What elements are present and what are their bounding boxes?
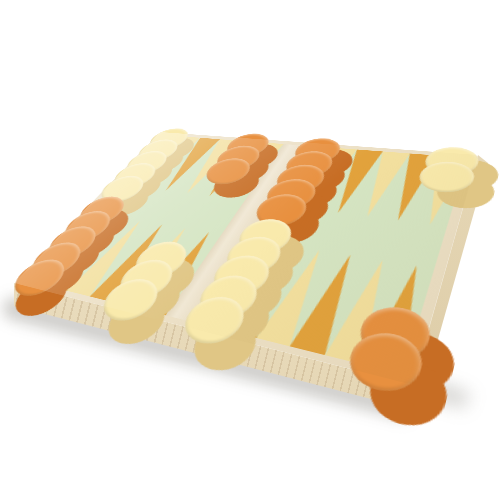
checker-orange-point17-3 [199, 157, 257, 187]
checkers-layer [14, 132, 478, 385]
checker-cream-point24-2 [414, 160, 477, 195]
backgammon-board [14, 132, 478, 385]
backgammon-product-photo [0, 0, 500, 500]
